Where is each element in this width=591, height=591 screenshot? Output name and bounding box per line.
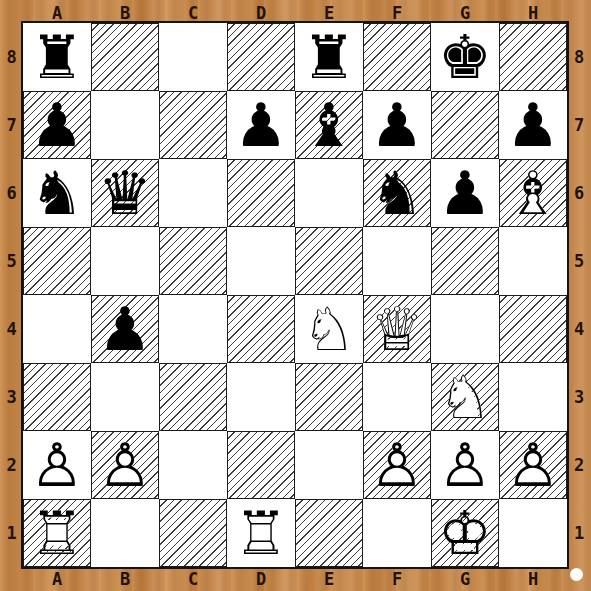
black-knight-f6: ♞ <box>363 159 431 227</box>
piece-outline: ♙ <box>370 431 424 499</box>
square-g1[interactable]: ♚♔ <box>431 499 499 567</box>
rank-label-right-5: 5 <box>567 227 591 295</box>
piece-black-fill: ♟ <box>234 91 288 159</box>
square-e2[interactable] <box>295 431 363 499</box>
square-d7[interactable]: ♟ <box>227 91 295 159</box>
black-bishop-e7: ♝ <box>295 91 363 159</box>
square-c3[interactable] <box>159 363 227 431</box>
square-e1[interactable] <box>295 499 363 567</box>
piece-outline: ♖ <box>234 499 288 567</box>
square-a7[interactable]: ♟ <box>23 91 91 159</box>
square-g3[interactable]: ♞♘ <box>431 363 499 431</box>
rank-label-right-3: 3 <box>567 363 591 431</box>
file-label-bottom-g: G <box>431 567 499 591</box>
square-a1[interactable]: ♜♖ <box>23 499 91 567</box>
square-e6[interactable] <box>295 159 363 227</box>
square-f8[interactable] <box>363 23 431 91</box>
piece-outline: ♘ <box>438 363 492 431</box>
rank-labels-right: 87654321 <box>567 23 591 567</box>
square-c4[interactable] <box>159 295 227 363</box>
square-h3[interactable] <box>499 363 567 431</box>
rank-label-right-6: 6 <box>567 159 591 227</box>
black-rook-a8: ♜ <box>23 23 91 91</box>
square-h2[interactable]: ♟♙ <box>499 431 567 499</box>
square-c6[interactable] <box>159 159 227 227</box>
square-e3[interactable] <box>295 363 363 431</box>
piece-outline: ♙ <box>98 431 152 499</box>
square-c8[interactable] <box>159 23 227 91</box>
square-d6[interactable] <box>227 159 295 227</box>
piece-outline: ♗ <box>506 159 560 227</box>
file-label-top-e: E <box>295 0 363 23</box>
white-king-g1: ♚♔ <box>431 499 499 567</box>
square-d4[interactable] <box>227 295 295 363</box>
white-knight-e4: ♞♘ <box>295 295 363 363</box>
square-a3[interactable] <box>23 363 91 431</box>
square-f1[interactable] <box>363 499 431 567</box>
square-f6[interactable]: ♞ <box>363 159 431 227</box>
square-c7[interactable] <box>159 91 227 159</box>
square-a5[interactable] <box>23 227 91 295</box>
square-e4[interactable]: ♞♘ <box>295 295 363 363</box>
rank-label-left-1: 1 <box>0 499 23 567</box>
square-e8[interactable]: ♜ <box>295 23 363 91</box>
square-f3[interactable] <box>363 363 431 431</box>
rank-label-left-2: 2 <box>0 431 23 499</box>
black-king-g8: ♚ <box>431 23 499 91</box>
black-pawn-d7: ♟ <box>227 91 295 159</box>
piece-black-fill: ♝ <box>302 91 356 159</box>
square-b4[interactable]: ♟ <box>91 295 159 363</box>
square-d5[interactable] <box>227 227 295 295</box>
square-f5[interactable] <box>363 227 431 295</box>
square-b1[interactable] <box>91 499 159 567</box>
file-label-top-b: B <box>91 0 159 23</box>
white-bishop-h6: ♝♗ <box>499 159 567 227</box>
file-label-bottom-c: C <box>159 567 227 591</box>
piece-black-fill: ♟ <box>438 159 492 227</box>
square-f2[interactable]: ♟♙ <box>363 431 431 499</box>
square-d8[interactable] <box>227 23 295 91</box>
rank-label-right-4: 4 <box>567 295 591 363</box>
black-rook-e8: ♜ <box>295 23 363 91</box>
square-e7[interactable]: ♝ <box>295 91 363 159</box>
file-label-bottom-b: B <box>91 567 159 591</box>
square-e5[interactable] <box>295 227 363 295</box>
piece-black-fill: ♟ <box>98 295 152 363</box>
square-g6[interactable]: ♟ <box>431 159 499 227</box>
rank-label-left-4: 4 <box>0 295 23 363</box>
piece-outline: ♖ <box>30 499 84 567</box>
square-g2[interactable]: ♟♙ <box>431 431 499 499</box>
file-label-top-a: A <box>23 0 91 23</box>
square-g4[interactable] <box>431 295 499 363</box>
rank-label-right-7: 7 <box>567 91 591 159</box>
rank-label-left-5: 5 <box>0 227 23 295</box>
file-label-top-f: F <box>363 0 431 23</box>
rank-label-right-8: 8 <box>567 23 591 91</box>
rank-label-right-2: 2 <box>567 431 591 499</box>
square-h4[interactable] <box>499 295 567 363</box>
square-b8[interactable] <box>91 23 159 91</box>
square-a6[interactable]: ♞ <box>23 159 91 227</box>
white-rook-d1: ♜♖ <box>227 499 295 567</box>
file-label-bottom-f: F <box>363 567 431 591</box>
square-g5[interactable] <box>431 227 499 295</box>
file-labels-top: ABCDEFGH <box>23 0 567 23</box>
square-d2[interactable] <box>227 431 295 499</box>
chess-board: ♜♜♚♟♟♝♟♟♞♛♞♟♝♗♟♞♘♛♕♞♘♟♙♟♙♟♙♟♙♟♙♜♖♜♖♚♔ <box>23 23 567 567</box>
square-g8[interactable]: ♚ <box>431 23 499 91</box>
rank-label-left-7: 7 <box>0 91 23 159</box>
piece-outline: ♘ <box>302 295 356 363</box>
square-h1[interactable] <box>499 499 567 567</box>
black-pawn-h7: ♟ <box>499 91 567 159</box>
black-knight-a6: ♞ <box>23 159 91 227</box>
file-label-top-d: D <box>227 0 295 23</box>
wood-frame: ABCDEFGH ABCDEFGH 87654321 87654321 ♜♜♚♟… <box>0 0 591 591</box>
piece-black-fill: ♜ <box>30 23 84 91</box>
square-a4[interactable] <box>23 295 91 363</box>
white-pawn-g2: ♟♙ <box>431 431 499 499</box>
piece-black-fill: ♛ <box>98 159 152 227</box>
file-label-bottom-h: H <box>499 567 567 591</box>
square-b5[interactable] <box>91 227 159 295</box>
piece-black-fill: ♞ <box>30 159 84 227</box>
square-d3[interactable] <box>227 363 295 431</box>
square-h5[interactable] <box>499 227 567 295</box>
square-b6[interactable]: ♛ <box>91 159 159 227</box>
piece-outline: ♙ <box>30 431 84 499</box>
white-pawn-a2: ♟♙ <box>23 431 91 499</box>
piece-outline: ♙ <box>506 431 560 499</box>
file-label-bottom-e: E <box>295 567 363 591</box>
white-rook-a1: ♜♖ <box>23 499 91 567</box>
white-pawn-f2: ♟♙ <box>363 431 431 499</box>
black-pawn-g6: ♟ <box>431 159 499 227</box>
file-label-bottom-a: A <box>23 567 91 591</box>
piece-black-fill: ♟ <box>30 91 84 159</box>
square-f7[interactable]: ♟ <box>363 91 431 159</box>
white-pawn-h2: ♟♙ <box>499 431 567 499</box>
white-pawn-b2: ♟♙ <box>91 431 159 499</box>
piece-black-fill: ♟ <box>506 91 560 159</box>
square-h8[interactable] <box>499 23 567 91</box>
rank-labels-left: 87654321 <box>0 23 23 567</box>
square-d1[interactable]: ♜♖ <box>227 499 295 567</box>
black-pawn-f7: ♟ <box>363 91 431 159</box>
square-a8[interactable]: ♜ <box>23 23 91 91</box>
square-c2[interactable] <box>159 431 227 499</box>
white-queen-f4: ♛♕ <box>363 295 431 363</box>
file-label-top-c: C <box>159 0 227 23</box>
piece-outline: ♙ <box>438 431 492 499</box>
black-pawn-b4: ♟ <box>91 295 159 363</box>
rank-label-right-1: 1 <box>567 499 591 567</box>
piece-black-fill: ♞ <box>370 159 424 227</box>
rank-label-left-6: 6 <box>0 159 23 227</box>
square-g7[interactable] <box>431 91 499 159</box>
square-h7[interactable]: ♟ <box>499 91 567 159</box>
black-pawn-a7: ♟ <box>23 91 91 159</box>
piece-black-fill: ♟ <box>370 91 424 159</box>
square-h6[interactable]: ♝♗ <box>499 159 567 227</box>
file-label-top-h: H <box>499 0 567 23</box>
square-f4[interactable]: ♛♕ <box>363 295 431 363</box>
rank-label-left-3: 3 <box>0 363 23 431</box>
piece-black-fill: ♜ <box>302 23 356 91</box>
file-labels-bottom: ABCDEFGH <box>23 567 567 591</box>
square-c5[interactable] <box>159 227 227 295</box>
white-to-move-indicator <box>570 568 583 581</box>
piece-black-fill: ♚ <box>438 23 492 91</box>
square-b3[interactable] <box>91 363 159 431</box>
white-knight-g3: ♞♘ <box>431 363 499 431</box>
piece-outline: ♔ <box>438 499 492 567</box>
square-c1[interactable] <box>159 499 227 567</box>
file-label-top-g: G <box>431 0 499 23</box>
piece-outline: ♕ <box>370 295 424 363</box>
rank-label-left-8: 8 <box>0 23 23 91</box>
black-queen-b6: ♛ <box>91 159 159 227</box>
square-a2[interactable]: ♟♙ <box>23 431 91 499</box>
file-label-bottom-d: D <box>227 567 295 591</box>
square-b7[interactable] <box>91 91 159 159</box>
square-b2[interactable]: ♟♙ <box>91 431 159 499</box>
